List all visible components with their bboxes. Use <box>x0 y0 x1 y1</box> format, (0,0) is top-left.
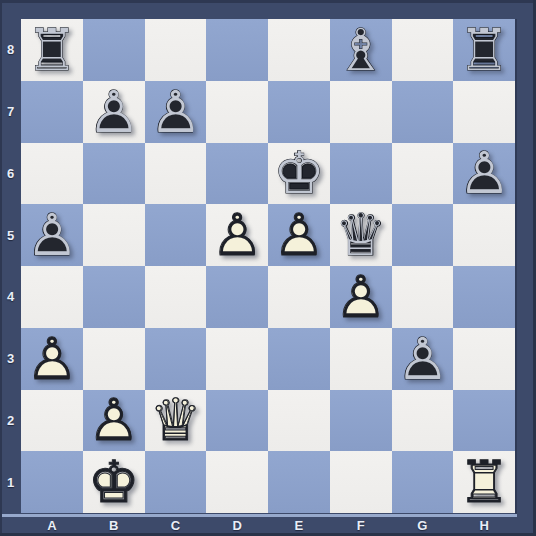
piece-outline: ♙ <box>21 328 83 390</box>
piece-outline: ♖ <box>453 19 515 81</box>
square-b3[interactable] <box>83 328 145 390</box>
file-label-a: A <box>21 517 83 533</box>
piece-outline: ♙ <box>145 81 207 143</box>
square-c1[interactable] <box>145 451 207 513</box>
black-queen[interactable]: ♛♕ <box>330 204 392 266</box>
rank-label-2: 2 <box>0 390 21 452</box>
white-pawn[interactable]: ♟♙ <box>330 266 392 328</box>
square-b7[interactable]: ♟♙ <box>83 81 145 143</box>
square-g4[interactable] <box>392 266 454 328</box>
file-label-h: H <box>453 517 515 533</box>
square-e4[interactable] <box>268 266 330 328</box>
black-rook[interactable]: ♜♖ <box>21 19 83 81</box>
piece-outline: ♙ <box>21 204 83 266</box>
square-b4[interactable] <box>83 266 145 328</box>
white-pawn[interactable]: ♟♙ <box>206 204 268 266</box>
piece-outline: ♙ <box>268 204 330 266</box>
square-d2[interactable] <box>206 390 268 452</box>
square-c5[interactable] <box>145 204 207 266</box>
piece-outline: ♔ <box>268 142 330 204</box>
piece-outline: ♗ <box>330 19 392 81</box>
square-a1[interactable] <box>21 451 83 513</box>
piece-outline: ♙ <box>206 204 268 266</box>
square-f8[interactable]: ♝♗ <box>330 19 392 81</box>
board-bevel-line <box>2 514 517 517</box>
white-pawn[interactable]: ♟♙ <box>268 204 330 266</box>
black-pawn[interactable]: ♟♙ <box>392 328 454 390</box>
piece-outline: ♙ <box>453 142 515 204</box>
frame-edge-left <box>0 0 2 536</box>
square-f5[interactable]: ♛♕ <box>330 204 392 266</box>
square-f3[interactable] <box>330 328 392 390</box>
square-h7[interactable] <box>453 81 515 143</box>
square-b1[interactable]: ♚♔ <box>83 451 145 513</box>
square-c4[interactable] <box>145 266 207 328</box>
file-labels: ABCDEFGH <box>21 517 515 533</box>
chess-board: ♜♖♝♗♜♖♟♙♟♙♚♔♟♙♟♙♟♙♟♙♛♕♟♙♟♙♟♙♟♙♛♕♚♔♜♖ <box>21 19 515 513</box>
rank-label-3: 3 <box>0 328 21 390</box>
board-right-edge-line <box>515 19 517 514</box>
piece-outline: ♕ <box>145 389 207 451</box>
square-g3[interactable]: ♟♙ <box>392 328 454 390</box>
square-d1[interactable] <box>206 451 268 513</box>
piece-outline: ♔ <box>83 451 145 513</box>
square-c6[interactable] <box>145 143 207 205</box>
white-rook[interactable]: ♜♖ <box>453 451 515 513</box>
black-pawn[interactable]: ♟♙ <box>145 81 207 143</box>
piece-outline: ♕ <box>330 204 392 266</box>
square-b6[interactable] <box>83 143 145 205</box>
square-a8[interactable]: ♜♖ <box>21 19 83 81</box>
piece-outline: ♙ <box>83 389 145 451</box>
chess-board-frame: 87654321 ♜♖♝♗♜♖♟♙♟♙♚♔♟♙♟♙♟♙♟♙♛♕♟♙♟♙♟♙♟♙♛… <box>0 0 536 536</box>
square-d4[interactable] <box>206 266 268 328</box>
piece-outline: ♖ <box>453 451 515 513</box>
square-e8[interactable] <box>268 19 330 81</box>
square-e5[interactable]: ♟♙ <box>268 204 330 266</box>
square-h3[interactable] <box>453 328 515 390</box>
black-pawn[interactable]: ♟♙ <box>83 81 145 143</box>
black-pawn[interactable]: ♟♙ <box>453 142 515 204</box>
square-g2[interactable] <box>392 390 454 452</box>
square-f7[interactable] <box>330 81 392 143</box>
black-king[interactable]: ♚♔ <box>268 142 330 204</box>
square-e1[interactable] <box>268 451 330 513</box>
square-a2[interactable] <box>21 390 83 452</box>
square-h2[interactable] <box>453 390 515 452</box>
square-g7[interactable] <box>392 81 454 143</box>
file-label-b: B <box>83 517 145 533</box>
white-pawn[interactable]: ♟♙ <box>21 328 83 390</box>
square-g8[interactable] <box>392 19 454 81</box>
rank-label-8: 8 <box>0 19 21 81</box>
file-label-g: G <box>392 517 454 533</box>
piece-outline: ♙ <box>392 328 454 390</box>
square-h8[interactable]: ♜♖ <box>453 19 515 81</box>
white-pawn[interactable]: ♟♙ <box>83 389 145 451</box>
square-c7[interactable]: ♟♙ <box>145 81 207 143</box>
file-label-c: C <box>145 517 207 533</box>
rank-label-6: 6 <box>0 143 21 205</box>
file-label-e: E <box>268 517 330 533</box>
square-b2[interactable]: ♟♙ <box>83 390 145 452</box>
rank-label-1: 1 <box>0 451 21 513</box>
piece-outline: ♙ <box>83 81 145 143</box>
square-c8[interactable] <box>145 19 207 81</box>
black-pawn[interactable]: ♟♙ <box>21 204 83 266</box>
white-king[interactable]: ♚♔ <box>83 451 145 513</box>
square-a7[interactable] <box>21 81 83 143</box>
square-e3[interactable] <box>268 328 330 390</box>
square-f1[interactable] <box>330 451 392 513</box>
square-h5[interactable] <box>453 204 515 266</box>
piece-outline: ♙ <box>330 266 392 328</box>
square-a5[interactable]: ♟♙ <box>21 204 83 266</box>
rank-label-4: 4 <box>0 266 21 328</box>
file-label-f: F <box>330 517 392 533</box>
square-g6[interactable] <box>392 143 454 205</box>
square-e6[interactable]: ♚♔ <box>268 143 330 205</box>
square-c3[interactable] <box>145 328 207 390</box>
frame-edge-top <box>0 0 536 3</box>
file-label-d: D <box>206 517 268 533</box>
square-f4[interactable]: ♟♙ <box>330 266 392 328</box>
square-f2[interactable] <box>330 390 392 452</box>
piece-outline: ♖ <box>21 19 83 81</box>
square-h1[interactable]: ♜♖ <box>453 451 515 513</box>
square-e7[interactable] <box>268 81 330 143</box>
square-e2[interactable] <box>268 390 330 452</box>
square-a4[interactable] <box>21 266 83 328</box>
square-d7[interactable] <box>206 81 268 143</box>
square-a6[interactable] <box>21 143 83 205</box>
black-bishop[interactable]: ♝♗ <box>330 19 392 81</box>
rank-label-5: 5 <box>0 204 21 266</box>
square-d8[interactable] <box>206 19 268 81</box>
square-b5[interactable] <box>83 204 145 266</box>
square-g5[interactable] <box>392 204 454 266</box>
black-rook[interactable]: ♜♖ <box>453 19 515 81</box>
square-d5[interactable]: ♟♙ <box>206 204 268 266</box>
square-c2[interactable]: ♛♕ <box>145 390 207 452</box>
square-g1[interactable] <box>392 451 454 513</box>
square-b8[interactable] <box>83 19 145 81</box>
square-d3[interactable] <box>206 328 268 390</box>
white-queen[interactable]: ♛♕ <box>145 389 207 451</box>
square-a3[interactable]: ♟♙ <box>21 328 83 390</box>
rank-label-7: 7 <box>0 81 21 143</box>
rank-labels: 87654321 <box>0 19 21 513</box>
square-h6[interactable]: ♟♙ <box>453 143 515 205</box>
square-h4[interactable] <box>453 266 515 328</box>
square-d6[interactable] <box>206 143 268 205</box>
square-f6[interactable] <box>330 143 392 205</box>
